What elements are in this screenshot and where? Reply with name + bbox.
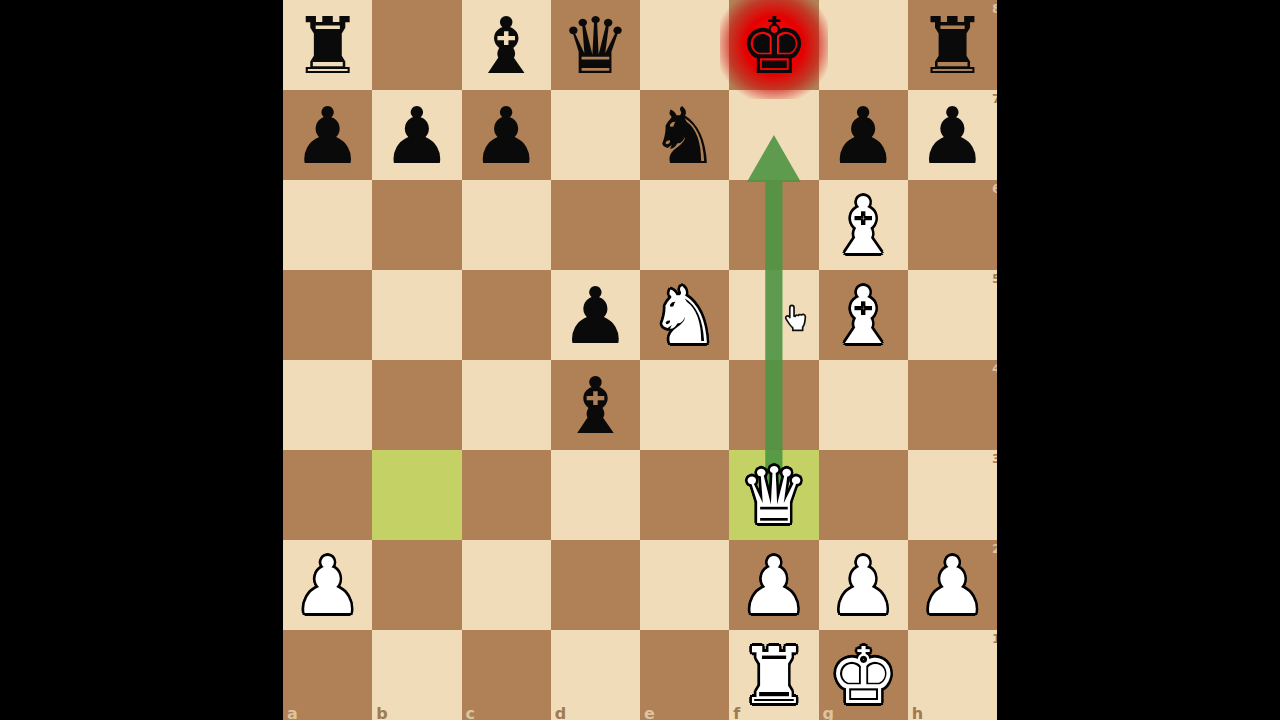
square-h5[interactable]: 5 <box>908 270 997 360</box>
square-d1[interactable]: d <box>551 630 640 720</box>
square-d7[interactable] <box>551 90 640 180</box>
piece-black-pawn[interactable]: ♟ <box>372 90 461 180</box>
square-e4[interactable] <box>640 360 729 450</box>
square-h6[interactable]: 6 <box>908 180 997 270</box>
square-e2[interactable] <box>640 540 729 630</box>
square-a5[interactable] <box>283 270 372 360</box>
square-c6[interactable] <box>462 180 551 270</box>
file-label-h: h <box>912 704 923 720</box>
square-a3[interactable] <box>283 450 372 540</box>
square-b5[interactable] <box>372 270 461 360</box>
piece-white-bishop[interactable]: ♝ <box>819 180 908 270</box>
piece-white-queen[interactable]: ♛ <box>729 450 818 540</box>
square-c2[interactable] <box>462 540 551 630</box>
file-label-d: d <box>555 704 566 720</box>
square-a6[interactable] <box>283 180 372 270</box>
square-f4[interactable] <box>729 360 818 450</box>
square-b6[interactable] <box>372 180 461 270</box>
rank-label-5: 5 <box>992 271 997 286</box>
piece-black-rook[interactable]: ♜ <box>908 0 997 90</box>
square-f7[interactable] <box>729 90 818 180</box>
piece-black-pawn[interactable]: ♟ <box>908 90 997 180</box>
square-h1[interactable]: h1 <box>908 630 997 720</box>
square-g3[interactable] <box>819 450 908 540</box>
piece-white-pawn[interactable]: ♟ <box>729 540 818 630</box>
file-label-a: a <box>287 704 298 720</box>
square-a4[interactable] <box>283 360 372 450</box>
rank-label-6: 6 <box>992 181 997 196</box>
piece-white-pawn[interactable]: ♟ <box>819 540 908 630</box>
hand-cursor-icon <box>781 301 811 337</box>
piece-black-rook[interactable]: ♜ <box>283 0 372 90</box>
piece-white-rook[interactable]: ♜ <box>729 630 818 720</box>
piece-white-pawn[interactable]: ♟ <box>283 540 372 630</box>
file-label-b: b <box>376 704 387 720</box>
square-b1[interactable]: b <box>372 630 461 720</box>
square-b3[interactable] <box>372 450 461 540</box>
piece-black-pawn[interactable]: ♟ <box>819 90 908 180</box>
square-b8[interactable] <box>372 0 461 90</box>
piece-white-knight[interactable]: ♞ <box>640 270 729 360</box>
piece-black-bishop[interactable]: ♝ <box>551 360 640 450</box>
square-c5[interactable] <box>462 270 551 360</box>
square-c1[interactable]: c <box>462 630 551 720</box>
piece-black-king[interactable]: ♚ <box>729 0 818 90</box>
square-b2[interactable] <box>372 540 461 630</box>
square-c3[interactable] <box>462 450 551 540</box>
square-f6[interactable] <box>729 180 818 270</box>
piece-black-bishop[interactable]: ♝ <box>462 0 551 90</box>
square-g4[interactable] <box>819 360 908 450</box>
square-a1[interactable]: a <box>283 630 372 720</box>
piece-black-pawn[interactable]: ♟ <box>462 90 551 180</box>
square-e6[interactable] <box>640 180 729 270</box>
square-b4[interactable] <box>372 360 461 450</box>
square-e1[interactable]: e <box>640 630 729 720</box>
piece-black-pawn[interactable]: ♟ <box>551 270 640 360</box>
piece-black-knight[interactable]: ♞ <box>640 90 729 180</box>
piece-white-pawn[interactable]: ♟ <box>908 540 997 630</box>
piece-white-bishop[interactable]: ♝ <box>819 270 908 360</box>
square-d3[interactable] <box>551 450 640 540</box>
square-h4[interactable]: 4 <box>908 360 997 450</box>
file-label-c: c <box>466 704 475 720</box>
piece-black-queen[interactable]: ♛ <box>551 0 640 90</box>
square-c4[interactable] <box>462 360 551 450</box>
page: { "game": "chess", "position": { "fen": … <box>0 0 1280 720</box>
square-e8[interactable] <box>640 0 729 90</box>
square-h3[interactable]: 3 <box>908 450 997 540</box>
square-e3[interactable] <box>640 450 729 540</box>
square-d6[interactable] <box>551 180 640 270</box>
file-label-e: e <box>644 704 655 720</box>
square-g8[interactable] <box>819 0 908 90</box>
piece-white-king[interactable]: ♚ <box>819 630 908 720</box>
rank-label-4: 4 <box>992 361 997 376</box>
piece-black-pawn[interactable]: ♟ <box>283 90 372 180</box>
chess-board[interactable]: 8765432abcdefgh1♜♝♛♚♜♟♟♟♞♟♟♝♟♞♝♝♛♟♟♟♟♜♚ <box>283 0 997 720</box>
square-d2[interactable] <box>551 540 640 630</box>
rank-label-1: 1 <box>992 631 997 646</box>
rank-label-3: 3 <box>992 451 997 466</box>
